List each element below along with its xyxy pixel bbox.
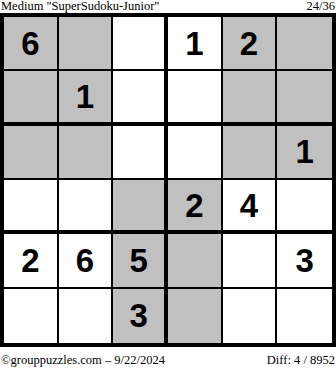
cell-r6c3: 3 [113, 289, 168, 343]
cells-remaining-counter: 24/36 [307, 0, 335, 13]
difficulty-text: Diff: 4 / 8952 [267, 353, 335, 367]
cell-r2c2: 1 [59, 71, 114, 125]
cell-r1c1: 6 [4, 17, 59, 71]
cell-r4c2[interactable] [59, 180, 114, 234]
cell-r4c6[interactable] [277, 180, 332, 234]
cell-r1c3[interactable] [113, 17, 168, 71]
header: Medium "SuperSudoku-Junior" 24/36 [0, 0, 336, 13]
cell-r5c5[interactable] [223, 234, 278, 288]
cell-r2c1[interactable] [4, 71, 59, 125]
cell-r2c3[interactable] [113, 71, 168, 125]
cell-r3c6: 1 [277, 126, 332, 180]
cell-r4c5: 4 [223, 180, 278, 234]
cell-r3c2[interactable] [59, 126, 114, 180]
cell-r1c2[interactable] [59, 17, 114, 71]
cell-r5c2: 6 [59, 234, 114, 288]
sudoku-board: 612112426533 [0, 13, 336, 347]
cell-r4c4: 2 [168, 180, 223, 234]
cell-r5c6: 3 [277, 234, 332, 288]
cell-r2c6[interactable] [277, 71, 332, 125]
cell-r3c4[interactable] [168, 126, 223, 180]
cell-r6c2[interactable] [59, 289, 114, 343]
cell-r1c6[interactable] [277, 17, 332, 71]
footer: ©grouppuzzles.com – 9/22/2024 Diff: 4 / … [0, 353, 336, 367]
puzzle-title: Medium "SuperSudoku-Junior" [1, 0, 159, 13]
cell-r5c4[interactable] [168, 234, 223, 288]
cell-r1c5: 2 [223, 17, 278, 71]
cell-r5c3: 5 [113, 234, 168, 288]
cell-r3c3[interactable] [113, 126, 168, 180]
cell-r4c3[interactable] [113, 180, 168, 234]
cell-r1c4: 1 [168, 17, 223, 71]
copyright-text: ©grouppuzzles.com – 9/22/2024 [1, 353, 165, 367]
cell-r6c5[interactable] [223, 289, 278, 343]
cell-r3c5[interactable] [223, 126, 278, 180]
cell-r6c1[interactable] [4, 289, 59, 343]
cell-r6c6[interactable] [277, 289, 332, 343]
cell-r5c1: 2 [4, 234, 59, 288]
cell-r6c4[interactable] [168, 289, 223, 343]
cell-r2c4[interactable] [168, 71, 223, 125]
cell-r2c5[interactable] [223, 71, 278, 125]
cell-r3c1[interactable] [4, 126, 59, 180]
cell-r4c1[interactable] [4, 180, 59, 234]
